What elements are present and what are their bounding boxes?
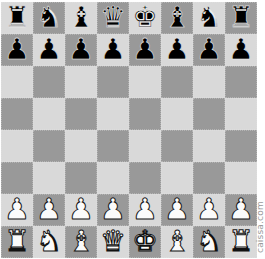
piece-white-pawn: ♟ [100,195,126,224]
piece-white-king: ♚ [132,227,158,256]
square-d2[interactable]: ♟ [97,194,129,226]
piece-black-pawn: ♟ [196,35,222,64]
square-g7[interactable]: ♟ [193,34,225,66]
piece-white-bishop: ♝ [68,227,94,256]
square-g8[interactable]: ♞ [193,2,225,34]
square-g1[interactable]: ♞ [193,226,225,258]
piece-white-bishop: ♝ [164,227,190,256]
piece-black-pawn: ♟ [228,35,254,64]
square-g6[interactable] [193,66,225,98]
piece-white-pawn: ♟ [164,195,190,224]
square-d8[interactable]: ♛ [97,2,129,34]
square-f1[interactable]: ♝ [161,226,193,258]
piece-black-pawn: ♟ [4,35,30,64]
square-h6[interactable] [225,66,257,98]
square-a7[interactable]: ♟ [1,34,33,66]
square-b1[interactable]: ♞ [33,226,65,258]
square-b7[interactable]: ♟ [33,34,65,66]
square-c7[interactable]: ♟ [65,34,97,66]
square-e6[interactable] [129,66,161,98]
square-b4[interactable] [33,130,65,162]
chess-diagram: ♜♞♝♛♚♝♞♜♟♟♟♟♟♟♟♟♟♟♟♟♟♟♟♟♜♞♝♛♚♝♞♜ caissa.… [0,0,265,259]
square-g2[interactable]: ♟ [193,194,225,226]
square-c1[interactable]: ♝ [65,226,97,258]
square-b3[interactable] [33,162,65,194]
piece-black-knight: ♞ [196,3,222,32]
square-g3[interactable] [193,162,225,194]
square-h2[interactable]: ♟ [225,194,257,226]
square-h5[interactable] [225,98,257,130]
piece-white-rook: ♜ [4,227,30,256]
square-d3[interactable] [97,162,129,194]
square-d4[interactable] [97,130,129,162]
square-d6[interactable] [97,66,129,98]
square-b5[interactable] [33,98,65,130]
square-f6[interactable] [161,66,193,98]
square-d7[interactable]: ♟ [97,34,129,66]
square-f8[interactable]: ♝ [161,2,193,34]
piece-black-king: ♚ [132,3,158,32]
square-a5[interactable] [1,98,33,130]
square-h7[interactable]: ♟ [225,34,257,66]
piece-black-rook: ♜ [228,3,254,32]
square-e3[interactable] [129,162,161,194]
square-a6[interactable] [1,66,33,98]
square-f2[interactable]: ♟ [161,194,193,226]
piece-black-pawn: ♟ [36,35,62,64]
chess-board: ♜♞♝♛♚♝♞♜♟♟♟♟♟♟♟♟♟♟♟♟♟♟♟♟♜♞♝♛♚♝♞♜ [1,2,257,258]
piece-white-rook: ♜ [228,227,254,256]
piece-white-pawn: ♟ [132,195,158,224]
piece-white-pawn: ♟ [4,195,30,224]
piece-black-bishop: ♝ [164,3,190,32]
piece-black-pawn: ♟ [164,35,190,64]
piece-white-queen: ♛ [100,227,126,256]
square-c3[interactable] [65,162,97,194]
piece-white-knight: ♞ [196,227,222,256]
square-e2[interactable]: ♟ [129,194,161,226]
square-a3[interactable] [1,162,33,194]
square-a1[interactable]: ♜ [1,226,33,258]
square-d5[interactable] [97,98,129,130]
piece-black-bishop: ♝ [68,3,94,32]
square-c5[interactable] [65,98,97,130]
square-b6[interactable] [33,66,65,98]
square-e1[interactable]: ♚ [129,226,161,258]
square-c2[interactable]: ♟ [65,194,97,226]
square-f3[interactable] [161,162,193,194]
piece-white-pawn: ♟ [36,195,62,224]
square-f7[interactable]: ♟ [161,34,193,66]
piece-black-knight: ♞ [36,3,62,32]
piece-white-knight: ♞ [36,227,62,256]
square-h3[interactable] [225,162,257,194]
square-e4[interactable] [129,130,161,162]
square-c8[interactable]: ♝ [65,2,97,34]
square-e7[interactable]: ♟ [129,34,161,66]
piece-black-rook: ♜ [4,3,30,32]
square-h4[interactable] [225,130,257,162]
square-a4[interactable] [1,130,33,162]
piece-black-pawn: ♟ [100,35,126,64]
piece-white-pawn: ♟ [196,195,222,224]
square-a8[interactable]: ♜ [1,2,33,34]
square-f5[interactable] [161,98,193,130]
square-h1[interactable]: ♜ [225,226,257,258]
square-b8[interactable]: ♞ [33,2,65,34]
watermark: caissa.com [255,201,265,253]
square-e8[interactable]: ♚ [129,2,161,34]
square-b2[interactable]: ♟ [33,194,65,226]
square-c4[interactable] [65,130,97,162]
square-g5[interactable] [193,98,225,130]
square-e5[interactable] [129,98,161,130]
square-a2[interactable]: ♟ [1,194,33,226]
piece-black-queen: ♛ [100,3,126,32]
piece-black-pawn: ♟ [132,35,158,64]
square-d1[interactable]: ♛ [97,226,129,258]
square-f4[interactable] [161,130,193,162]
square-g4[interactable] [193,130,225,162]
square-c6[interactable] [65,66,97,98]
piece-black-pawn: ♟ [68,35,94,64]
piece-white-pawn: ♟ [68,195,94,224]
piece-white-pawn: ♟ [228,195,254,224]
square-h8[interactable]: ♜ [225,2,257,34]
